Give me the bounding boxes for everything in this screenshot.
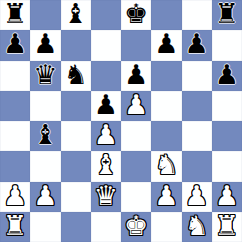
piece-black-pawn[interactable]: ♟ <box>3 29 27 59</box>
square-b3[interactable] <box>30 151 60 181</box>
square-f6[interactable] <box>151 61 181 91</box>
square-c6[interactable]: ♞ <box>61 61 91 91</box>
piece-white-pawn[interactable]: ♟ <box>94 120 118 150</box>
square-c1[interactable] <box>61 212 91 242</box>
piece-black-pawn[interactable]: ♟ <box>33 29 57 59</box>
piece-white-king[interactable]: ♚ <box>124 211 148 241</box>
piece-black-bishop[interactable]: ♝ <box>64 0 88 29</box>
square-b1[interactable] <box>30 212 60 242</box>
square-e8[interactable]: ♚ <box>121 0 151 30</box>
square-h6[interactable]: ♟ <box>212 61 242 91</box>
square-f1[interactable] <box>151 212 181 242</box>
square-e6[interactable]: ♟ <box>121 61 151 91</box>
square-d1[interactable] <box>91 212 121 242</box>
piece-white-queen[interactable]: ♛ <box>94 181 118 211</box>
square-b7[interactable]: ♟ <box>30 30 60 60</box>
square-e5[interactable]: ♟ <box>121 91 151 121</box>
square-c5[interactable] <box>61 91 91 121</box>
chess-board-diagram: ♜♝♚♜♟♟♟♟♛♞♟♟♟♟♝♟♝♞♟♟♛♟♟♟♜♚♞♜ <box>0 0 242 242</box>
piece-black-pawn[interactable]: ♟ <box>94 90 118 120</box>
square-f7[interactable]: ♟ <box>151 30 181 60</box>
piece-white-pawn[interactable]: ♟ <box>3 181 27 211</box>
square-e7[interactable] <box>121 30 151 60</box>
square-f5[interactable] <box>151 91 181 121</box>
square-h5[interactable] <box>212 91 242 121</box>
square-b2[interactable]: ♟ <box>30 182 60 212</box>
square-b8[interactable] <box>30 0 60 30</box>
square-e3[interactable] <box>121 151 151 181</box>
square-g4[interactable] <box>182 121 212 151</box>
piece-black-knight[interactable]: ♞ <box>64 60 88 90</box>
piece-black-queen[interactable]: ♛ <box>33 60 57 90</box>
piece-white-rook[interactable]: ♜ <box>215 211 239 241</box>
piece-white-pawn[interactable]: ♟ <box>33 181 57 211</box>
square-a6[interactable] <box>0 61 30 91</box>
piece-black-pawn[interactable]: ♟ <box>215 60 239 90</box>
square-a5[interactable] <box>0 91 30 121</box>
square-d5[interactable]: ♟ <box>91 91 121 121</box>
piece-black-rook[interactable]: ♜ <box>3 0 27 29</box>
square-g6[interactable] <box>182 61 212 91</box>
square-c2[interactable] <box>61 182 91 212</box>
piece-white-knight[interactable]: ♞ <box>185 211 209 241</box>
square-g5[interactable] <box>182 91 212 121</box>
square-h3[interactable] <box>212 151 242 181</box>
square-d6[interactable] <box>91 61 121 91</box>
square-a1[interactable]: ♜ <box>0 212 30 242</box>
square-a2[interactable]: ♟ <box>0 182 30 212</box>
square-h4[interactable] <box>212 121 242 151</box>
piece-black-bishop[interactable]: ♝ <box>33 120 57 150</box>
square-a7[interactable]: ♟ <box>0 30 30 60</box>
piece-black-king[interactable]: ♚ <box>124 0 148 29</box>
piece-white-pawn[interactable]: ♟ <box>215 181 239 211</box>
square-d7[interactable] <box>91 30 121 60</box>
square-h1[interactable]: ♜ <box>212 212 242 242</box>
square-b6[interactable]: ♛ <box>30 61 60 91</box>
square-b4[interactable]: ♝ <box>30 121 60 151</box>
square-h8[interactable]: ♜ <box>212 0 242 30</box>
square-d8[interactable] <box>91 0 121 30</box>
piece-white-knight[interactable]: ♞ <box>154 150 178 180</box>
square-d2[interactable]: ♛ <box>91 182 121 212</box>
piece-white-rook[interactable]: ♜ <box>3 211 27 241</box>
square-f4[interactable] <box>151 121 181 151</box>
square-e4[interactable] <box>121 121 151 151</box>
piece-white-pawn[interactable]: ♟ <box>154 181 178 211</box>
square-g1[interactable]: ♞ <box>182 212 212 242</box>
square-g2[interactable]: ♟ <box>182 182 212 212</box>
square-c7[interactable] <box>61 30 91 60</box>
square-a8[interactable]: ♜ <box>0 0 30 30</box>
square-a4[interactable] <box>0 121 30 151</box>
piece-white-pawn[interactable]: ♟ <box>124 90 148 120</box>
square-h7[interactable] <box>212 30 242 60</box>
square-e1[interactable]: ♚ <box>121 212 151 242</box>
piece-black-rook[interactable]: ♜ <box>215 0 239 29</box>
square-c8[interactable]: ♝ <box>61 0 91 30</box>
square-d4[interactable]: ♟ <box>91 121 121 151</box>
piece-black-pawn[interactable]: ♟ <box>124 60 148 90</box>
square-f2[interactable]: ♟ <box>151 182 181 212</box>
square-f3[interactable]: ♞ <box>151 151 181 181</box>
piece-black-pawn[interactable]: ♟ <box>185 29 209 59</box>
piece-black-pawn[interactable]: ♟ <box>154 29 178 59</box>
square-h2[interactable]: ♟ <box>212 182 242 212</box>
square-f8[interactable] <box>151 0 181 30</box>
square-c4[interactable] <box>61 121 91 151</box>
chess-board: ♜♝♚♜♟♟♟♟♛♞♟♟♟♟♝♟♝♞♟♟♛♟♟♟♜♚♞♜ <box>0 0 242 242</box>
square-a3[interactable] <box>0 151 30 181</box>
square-e2[interactable] <box>121 182 151 212</box>
square-c3[interactable] <box>61 151 91 181</box>
square-d3[interactable]: ♝ <box>91 151 121 181</box>
square-b5[interactable] <box>30 91 60 121</box>
square-g3[interactable] <box>182 151 212 181</box>
piece-white-pawn[interactable]: ♟ <box>185 181 209 211</box>
square-g7[interactable]: ♟ <box>182 30 212 60</box>
square-g8[interactable] <box>182 0 212 30</box>
piece-white-bishop[interactable]: ♝ <box>94 150 118 180</box>
